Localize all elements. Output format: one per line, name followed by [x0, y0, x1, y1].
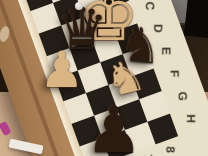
dark-furniture [184, 0, 208, 38]
photo-scene: ABCDEFGH 5678 ♛ ♚ ♞ ♞ ♟ ♟ [0, 0, 208, 156]
rank-label-8: 8 [160, 138, 180, 156]
white-pawn-piece: ♟ [40, 45, 85, 95]
file-label-h: H [179, 107, 203, 131]
file-label-f: F [163, 62, 187, 86]
black-pawn-piece: ♟ [85, 98, 142, 156]
queen-finial-highlight [75, 2, 83, 10]
file-label-g: G [171, 84, 195, 108]
file-label-c: C [138, 0, 162, 18]
